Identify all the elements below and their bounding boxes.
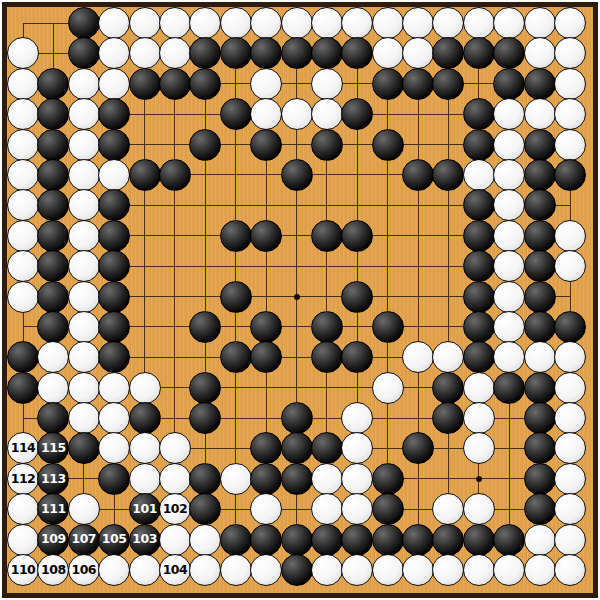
black-stone — [372, 129, 404, 161]
white-stone — [129, 432, 161, 464]
white-stone — [7, 159, 39, 191]
white-stone — [402, 37, 434, 69]
black-stone — [98, 311, 130, 343]
white-stone: 106 — [68, 554, 100, 586]
white-stone — [341, 463, 373, 495]
white-stone — [493, 220, 525, 252]
white-stone — [524, 98, 556, 130]
black-stone — [524, 189, 556, 221]
black-stone — [281, 402, 313, 434]
black-stone — [372, 311, 404, 343]
grid-line — [418, 23, 419, 570]
move-number-label: 112 — [11, 472, 36, 485]
move-number-label: 109 — [41, 533, 66, 546]
black-stone — [463, 37, 495, 69]
black-stone — [220, 341, 252, 373]
white-stone — [68, 159, 100, 191]
white-stone — [189, 7, 221, 39]
black-stone — [432, 37, 464, 69]
white-stone — [7, 37, 39, 69]
move-number-label: 101 — [132, 502, 157, 515]
white-stone — [68, 372, 100, 404]
black-stone — [220, 524, 252, 556]
black-stone — [129, 402, 161, 434]
black-stone — [281, 159, 313, 191]
white-stone — [554, 250, 586, 282]
white-stone — [68, 311, 100, 343]
white-stone — [7, 68, 39, 100]
white-stone — [554, 341, 586, 373]
move-number-label: 105 — [102, 533, 127, 546]
move-number-label: 115 — [41, 442, 66, 455]
white-stone — [68, 402, 100, 434]
white-stone — [129, 7, 161, 39]
black-stone — [432, 68, 464, 100]
white-stone — [341, 7, 373, 39]
black-stone — [341, 37, 373, 69]
white-stone — [68, 493, 100, 525]
black-stone: 111 — [37, 493, 69, 525]
black-stone — [189, 463, 221, 495]
black-stone — [250, 341, 282, 373]
black-stone — [7, 341, 39, 373]
black-stone — [311, 129, 343, 161]
white-stone — [311, 554, 343, 586]
white-stone — [554, 68, 586, 100]
black-stone — [37, 281, 69, 313]
white-stone — [68, 341, 100, 373]
white-stone — [98, 68, 130, 100]
move-number-label: 102 — [163, 502, 188, 515]
white-stone: 102 — [159, 493, 191, 525]
white-stone: 110 — [7, 554, 39, 586]
black-stone — [524, 159, 556, 191]
white-stone — [493, 159, 525, 191]
black-stone — [402, 432, 434, 464]
black-stone — [7, 372, 39, 404]
white-stone — [341, 493, 373, 525]
black-stone — [463, 220, 495, 252]
white-stone — [129, 463, 161, 495]
black-stone — [524, 129, 556, 161]
white-stone — [493, 129, 525, 161]
black-stone — [463, 281, 495, 313]
white-stone — [7, 250, 39, 282]
black-stone: 103 — [129, 524, 161, 556]
black-stone — [493, 37, 525, 69]
black-stone — [220, 37, 252, 69]
white-stone — [554, 402, 586, 434]
white-stone — [129, 554, 161, 586]
black-stone — [311, 220, 343, 252]
white-stone — [311, 463, 343, 495]
black-stone — [311, 341, 343, 373]
white-stone — [159, 463, 191, 495]
black-stone — [524, 493, 556, 525]
black-stone — [432, 159, 464, 191]
black-stone — [189, 311, 221, 343]
white-stone — [250, 7, 282, 39]
black-stone — [463, 98, 495, 130]
white-stone — [311, 98, 343, 130]
white-stone — [37, 372, 69, 404]
move-number-label: 111 — [41, 502, 66, 515]
white-stone — [68, 129, 100, 161]
white-stone: 114 — [7, 432, 39, 464]
move-number-label: 103 — [132, 533, 157, 546]
black-stone — [372, 493, 404, 525]
move-number-label: 107 — [71, 533, 96, 546]
white-stone — [7, 220, 39, 252]
white-stone — [98, 554, 130, 586]
white-stone — [281, 7, 313, 39]
white-stone — [220, 463, 252, 495]
white-stone: 108 — [37, 554, 69, 586]
white-stone — [68, 68, 100, 100]
white-stone — [7, 189, 39, 221]
white-stone — [68, 250, 100, 282]
black-stone — [220, 98, 252, 130]
white-stone — [554, 493, 586, 525]
black-stone — [159, 68, 191, 100]
black-stone — [189, 129, 221, 161]
black-stone — [220, 220, 252, 252]
white-stone — [7, 281, 39, 313]
black-stone — [250, 37, 282, 69]
black-stone — [68, 7, 100, 39]
white-stone — [68, 220, 100, 252]
white-stone — [311, 7, 343, 39]
black-stone — [98, 463, 130, 495]
white-stone — [493, 189, 525, 221]
black-stone — [524, 432, 556, 464]
black-stone — [98, 341, 130, 373]
white-stone — [554, 432, 586, 464]
black-stone — [220, 281, 252, 313]
white-stone — [554, 7, 586, 39]
black-stone — [98, 129, 130, 161]
black-stone: 101 — [129, 493, 161, 525]
white-stone — [524, 341, 556, 373]
white-stone — [7, 524, 39, 556]
white-stone — [311, 68, 343, 100]
black-stone — [189, 493, 221, 525]
white-stone — [432, 341, 464, 373]
black-stone — [341, 98, 373, 130]
white-stone — [250, 493, 282, 525]
white-stone — [554, 372, 586, 404]
black-stone: 107 — [68, 524, 100, 556]
black-stone — [524, 463, 556, 495]
white-stone — [98, 37, 130, 69]
black-stone — [250, 524, 282, 556]
white-stone — [524, 524, 556, 556]
move-number-label: 108 — [41, 563, 66, 576]
black-stone — [402, 68, 434, 100]
black-stone: 109 — [37, 524, 69, 556]
white-stone — [7, 129, 39, 161]
black-stone — [37, 129, 69, 161]
white-stone — [98, 432, 130, 464]
white-stone — [341, 554, 373, 586]
black-stone — [524, 68, 556, 100]
white-stone — [432, 554, 464, 586]
white-stone — [68, 281, 100, 313]
go-board[interactable]: 1141151121131111011021091071051031101081… — [2, 2, 598, 598]
black-stone — [129, 68, 161, 100]
white-stone — [68, 98, 100, 130]
white-stone — [159, 7, 191, 39]
black-stone — [524, 311, 556, 343]
white-stone — [463, 7, 495, 39]
white-stone — [37, 341, 69, 373]
black-stone — [432, 402, 464, 434]
white-stone — [341, 432, 373, 464]
black-stone — [189, 68, 221, 100]
white-stone — [524, 7, 556, 39]
black-stone — [311, 432, 343, 464]
move-number-label: 114 — [11, 442, 36, 455]
black-stone — [250, 220, 282, 252]
black-stone — [37, 311, 69, 343]
black-stone — [37, 98, 69, 130]
white-stone — [554, 129, 586, 161]
white-stone — [432, 7, 464, 39]
black-stone — [250, 129, 282, 161]
white-stone — [493, 281, 525, 313]
black-stone — [341, 524, 373, 556]
white-stone — [129, 37, 161, 69]
white-stone — [159, 432, 191, 464]
black-stone — [37, 220, 69, 252]
black-stone — [281, 37, 313, 69]
white-stone — [463, 554, 495, 586]
black-stone — [524, 250, 556, 282]
white-stone — [554, 37, 586, 69]
black-stone — [98, 281, 130, 313]
black-stone — [311, 524, 343, 556]
white-stone — [372, 7, 404, 39]
white-stone — [463, 402, 495, 434]
white-stone — [463, 432, 495, 464]
white-stone — [250, 554, 282, 586]
white-stone — [372, 554, 404, 586]
black-stone — [98, 189, 130, 221]
black-stone — [341, 220, 373, 252]
white-stone — [493, 250, 525, 282]
black-stone — [159, 159, 191, 191]
white-stone — [250, 98, 282, 130]
move-number-label: 110 — [11, 563, 36, 576]
black-stone — [189, 372, 221, 404]
black-stone — [98, 250, 130, 282]
black-stone — [432, 524, 464, 556]
black-stone — [281, 554, 313, 586]
black-stone — [463, 341, 495, 373]
black-stone — [372, 463, 404, 495]
black-stone — [372, 524, 404, 556]
black-stone — [311, 37, 343, 69]
black-stone — [129, 159, 161, 191]
white-stone — [493, 341, 525, 373]
black-stone — [524, 372, 556, 404]
black-stone: 115 — [37, 432, 69, 464]
black-stone — [524, 402, 556, 434]
black-stone — [68, 432, 100, 464]
white-stone — [98, 7, 130, 39]
black-stone — [493, 524, 525, 556]
white-stone — [159, 37, 191, 69]
star-point — [476, 476, 482, 482]
black-stone: 113 — [37, 463, 69, 495]
black-stone — [37, 250, 69, 282]
black-stone — [68, 37, 100, 69]
black-stone — [432, 372, 464, 404]
white-stone — [372, 37, 404, 69]
white-stone — [554, 98, 586, 130]
move-number-label: 113 — [41, 472, 66, 485]
black-stone — [250, 311, 282, 343]
white-stone — [493, 311, 525, 343]
black-stone — [463, 189, 495, 221]
black-stone — [281, 432, 313, 464]
white-stone — [189, 554, 221, 586]
white-stone: 112 — [7, 463, 39, 495]
black-stone — [493, 372, 525, 404]
black-stone — [341, 281, 373, 313]
black-stone — [463, 524, 495, 556]
black-stone — [402, 159, 434, 191]
white-stone — [372, 372, 404, 404]
white-stone — [402, 7, 434, 39]
white-stone — [250, 68, 282, 100]
black-stone — [524, 220, 556, 252]
white-stone — [159, 524, 191, 556]
white-stone — [68, 189, 100, 221]
black-stone — [281, 524, 313, 556]
white-stone — [463, 372, 495, 404]
black-stone — [493, 68, 525, 100]
white-stone — [554, 220, 586, 252]
star-point — [294, 294, 300, 300]
white-stone — [463, 493, 495, 525]
white-stone — [493, 7, 525, 39]
white-stone — [554, 554, 586, 586]
white-stone — [463, 159, 495, 191]
black-stone — [250, 432, 282, 464]
black-stone — [311, 311, 343, 343]
white-stone — [493, 98, 525, 130]
black-stone — [189, 402, 221, 434]
black-stone — [37, 159, 69, 191]
black-stone — [281, 463, 313, 495]
white-stone — [281, 98, 313, 130]
white-stone — [341, 402, 373, 434]
white-stone — [129, 372, 161, 404]
white-stone — [220, 554, 252, 586]
white-stone — [493, 554, 525, 586]
black-stone — [524, 281, 556, 313]
black-stone — [250, 463, 282, 495]
white-stone: 104 — [159, 554, 191, 586]
move-number-label: 104 — [163, 563, 188, 576]
black-stone — [341, 341, 373, 373]
black-stone — [37, 402, 69, 434]
white-stone — [524, 554, 556, 586]
black-stone: 105 — [98, 524, 130, 556]
white-stone — [432, 493, 464, 525]
white-stone — [98, 159, 130, 191]
black-stone — [37, 68, 69, 100]
black-stone — [463, 129, 495, 161]
white-stone — [554, 463, 586, 495]
black-stone — [98, 98, 130, 130]
black-stone — [189, 37, 221, 69]
black-stone — [554, 159, 586, 191]
white-stone — [311, 493, 343, 525]
black-stone — [463, 250, 495, 282]
black-stone — [98, 220, 130, 252]
black-stone — [402, 524, 434, 556]
white-stone — [98, 372, 130, 404]
white-stone — [189, 524, 221, 556]
white-stone — [402, 554, 434, 586]
move-number-label: 106 — [71, 563, 96, 576]
black-stone — [37, 189, 69, 221]
black-stone — [372, 68, 404, 100]
white-stone — [7, 98, 39, 130]
white-stone — [220, 7, 252, 39]
black-stone — [463, 311, 495, 343]
go-app-screen: 1141151121131111011021091071051031101081… — [0, 0, 600, 600]
white-stone — [554, 524, 586, 556]
white-stone — [98, 402, 130, 434]
white-stone — [7, 493, 39, 525]
white-stone — [402, 341, 434, 373]
black-stone — [554, 311, 586, 343]
grid-line — [448, 23, 449, 570]
white-stone — [524, 37, 556, 69]
